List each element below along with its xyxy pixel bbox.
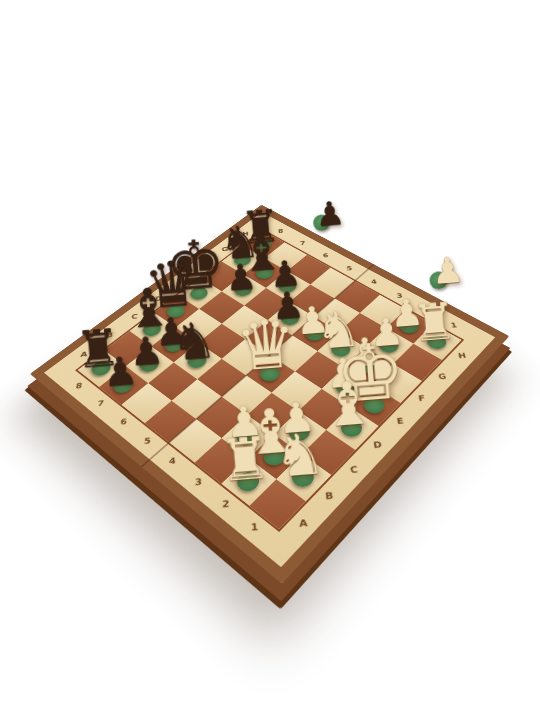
rook-glyph: ♜ (217, 429, 273, 490)
squares-grid: ♜♟♜♞♝♟♟♟♟♟♞♟♚♟♚♛♛♝♝♟♞♟♟♟♝♞♜♟♜ (78, 231, 461, 529)
knight-glyph: ♞ (272, 425, 328, 486)
rook-glyph: ♜ (410, 296, 459, 349)
board-scene: 87654321 87654321 HGFEDCBA HGFEDCBA ♜♟♜♞… (0, 0, 540, 720)
square-b5[interactable] (172, 379, 222, 419)
square-a7[interactable]: ♟ (99, 366, 148, 404)
square-c6[interactable]: ♞ (174, 343, 222, 380)
chess-product-photo: 87654321 87654321 HGFEDCBA HGFEDCBA ♜♟♜♞… (0, 0, 540, 720)
knight-glyph: ♞ (170, 315, 219, 368)
pawn-glyph: ♟ (224, 259, 258, 297)
table-surface: 87654321 87654321 HGFEDCBA HGFEDCBA ♜♟♜♞… (0, 177, 540, 657)
captured-white-pawn-glyph: ♟ (430, 252, 465, 290)
bishop-glyph: ♝ (319, 372, 377, 436)
captured-black-pawn-glyph: ♟ (314, 196, 346, 231)
queen-glyph: ♛ (234, 310, 300, 382)
pawn-glyph: ♟ (102, 351, 140, 392)
